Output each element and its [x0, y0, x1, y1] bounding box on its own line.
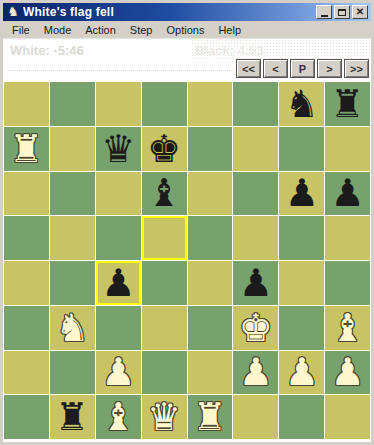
board-frame: ♞♜♜♛♚♝♟♟♟♟♞♚♝♟♟♟♟♜♝♛♜ — [3, 81, 371, 444]
title-bar: ♞ White's flag fell ✕ — [3, 3, 371, 21]
message-divider — [8, 70, 236, 71]
square-f2[interactable]: ♟ — [233, 351, 278, 395]
forward-to-end-button[interactable]: >> — [344, 59, 369, 78]
square-b6[interactable] — [50, 172, 95, 216]
piece-black-king[interactable]: ♚ — [147, 130, 181, 168]
square-d3[interactable] — [142, 306, 187, 350]
square-b2[interactable] — [50, 351, 95, 395]
piece-black-pawn[interactable]: ♟ — [239, 264, 273, 302]
square-e1[interactable]: ♜ — [188, 395, 233, 439]
white-clock: White: -5:46 — [10, 43, 84, 58]
square-h7[interactable] — [325, 127, 370, 171]
piece-black-knight[interactable]: ♞ — [285, 85, 319, 123]
square-e4[interactable] — [188, 261, 233, 305]
square-e8[interactable] — [188, 82, 233, 126]
square-f4[interactable]: ♟ — [233, 261, 278, 305]
square-c1[interactable]: ♝ — [96, 395, 141, 439]
square-c8[interactable] — [96, 82, 141, 126]
square-g7[interactable] — [279, 127, 324, 171]
square-a7[interactable]: ♜ — [4, 127, 49, 171]
piece-black-rook[interactable]: ♜ — [331, 85, 365, 123]
rewind-to-start-button[interactable]: << — [236, 59, 261, 78]
square-b7[interactable] — [50, 127, 95, 171]
square-a1[interactable] — [4, 395, 49, 439]
square-f3[interactable]: ♚ — [233, 306, 278, 350]
square-b5[interactable] — [50, 216, 95, 260]
square-a8[interactable] — [4, 82, 49, 126]
maximize-button[interactable] — [334, 5, 350, 19]
minimize-button[interactable] — [316, 5, 332, 19]
square-c7[interactable]: ♛ — [96, 127, 141, 171]
menu-step[interactable]: Step — [123, 23, 160, 37]
square-d4[interactable] — [142, 261, 187, 305]
square-h6[interactable]: ♟ — [325, 172, 370, 216]
menu-options[interactable]: Options — [159, 23, 211, 37]
maximize-icon — [338, 9, 346, 16]
square-h3[interactable]: ♝ — [325, 306, 370, 350]
piece-white-alfil-elephant[interactable]: ♝ — [331, 309, 365, 347]
piece-white-pawn[interactable]: ♟ — [331, 353, 365, 391]
close-icon: ✕ — [356, 7, 364, 17]
clock-message-panel: White: -5:46 Black: 4:53 << < P > >> — [3, 38, 371, 81]
square-h5[interactable] — [325, 216, 370, 260]
square-h1[interactable] — [325, 395, 370, 439]
square-d8[interactable] — [142, 82, 187, 126]
square-f1[interactable] — [233, 395, 278, 439]
piece-black-pawn[interactable]: ♟ — [331, 174, 365, 212]
menu-action[interactable]: Action — [78, 23, 123, 37]
step-forward-button[interactable]: > — [317, 59, 342, 78]
close-button[interactable]: ✕ — [352, 5, 368, 19]
square-g3[interactable] — [279, 306, 324, 350]
piece-white-rook[interactable]: ♜ — [9, 130, 43, 168]
piece-white-ferz[interactable]: ♛ — [147, 398, 181, 436]
step-back-button[interactable]: < — [263, 59, 288, 78]
square-a6[interactable] — [4, 172, 49, 216]
menu-file[interactable]: File — [5, 23, 37, 37]
menu-mode[interactable]: Mode — [37, 23, 79, 37]
menu-bar: File Mode Action Step Options Help — [3, 21, 371, 38]
square-g4[interactable] — [279, 261, 324, 305]
square-e5[interactable] — [188, 216, 233, 260]
square-d1[interactable]: ♛ — [142, 395, 187, 439]
square-g1[interactable] — [279, 395, 324, 439]
square-h4[interactable] — [325, 261, 370, 305]
piece-white-pawn[interactable]: ♟ — [101, 353, 135, 391]
app-window: ♞ White's flag fell ✕ File Mode Action S… — [0, 0, 374, 445]
square-b8[interactable] — [50, 82, 95, 126]
square-f7[interactable] — [233, 127, 278, 171]
window-title: White's flag fell — [23, 5, 313, 19]
black-clock: Black: 4:53 — [195, 43, 264, 58]
square-c3[interactable] — [96, 306, 141, 350]
piece-white-alfil-elephant[interactable]: ♝ — [101, 398, 135, 436]
square-c5[interactable] — [96, 216, 141, 260]
game-navigation-toolbar: << < P > >> — [236, 59, 369, 78]
square-f5[interactable] — [233, 216, 278, 260]
square-d7[interactable]: ♚ — [142, 127, 187, 171]
piece-white-pawn[interactable]: ♟ — [239, 353, 273, 391]
piece-black-pawn[interactable]: ♟ — [101, 264, 135, 302]
square-g2[interactable]: ♟ — [279, 351, 324, 395]
piece-white-pawn[interactable]: ♟ — [285, 353, 319, 391]
square-b4[interactable] — [50, 261, 95, 305]
square-f6[interactable] — [233, 172, 278, 216]
square-c2[interactable]: ♟ — [96, 351, 141, 395]
square-e6[interactable] — [188, 172, 233, 216]
piece-white-knight[interactable]: ♞ — [55, 309, 89, 347]
piece-black-ferz[interactable]: ♛ — [101, 130, 135, 168]
piece-black-rook[interactable]: ♜ — [55, 398, 89, 436]
square-a3[interactable] — [4, 306, 49, 350]
square-g6[interactable]: ♟ — [279, 172, 324, 216]
square-c4[interactable]: ♟ — [96, 261, 141, 305]
square-d5[interactable] — [142, 216, 187, 260]
menu-help[interactable]: Help — [211, 23, 248, 37]
piece-black-pawn[interactable]: ♟ — [285, 174, 319, 212]
window-controls: ✕ — [316, 5, 368, 19]
square-a2[interactable] — [4, 351, 49, 395]
square-a5[interactable] — [4, 216, 49, 260]
piece-white-king[interactable]: ♚ — [239, 309, 273, 347]
board: ♞♜♜♛♚♝♟♟♟♟♞♚♝♟♟♟♟♜♝♛♜ — [4, 82, 370, 439]
square-g8[interactable]: ♞ — [279, 82, 324, 126]
square-a4[interactable] — [4, 261, 49, 305]
square-g5[interactable] — [279, 216, 324, 260]
piece-black-alfil-elephant[interactable]: ♝ — [147, 174, 181, 212]
minimize-icon — [321, 15, 328, 17]
piece-white-rook[interactable]: ♜ — [193, 398, 227, 436]
square-b3[interactable]: ♞ — [50, 306, 95, 350]
square-e3[interactable] — [188, 306, 233, 350]
square-e2[interactable] — [188, 351, 233, 395]
square-c6[interactable] — [96, 172, 141, 216]
app-knight-icon: ♞ — [6, 5, 20, 19]
square-f8[interactable] — [233, 82, 278, 126]
square-b1[interactable]: ♜ — [50, 395, 95, 439]
pause-button[interactable]: P — [290, 59, 315, 78]
square-h8[interactable]: ♜ — [325, 82, 370, 126]
square-d6[interactable]: ♝ — [142, 172, 187, 216]
square-d2[interactable] — [142, 351, 187, 395]
square-e7[interactable] — [188, 127, 233, 171]
square-h2[interactable]: ♟ — [325, 351, 370, 395]
